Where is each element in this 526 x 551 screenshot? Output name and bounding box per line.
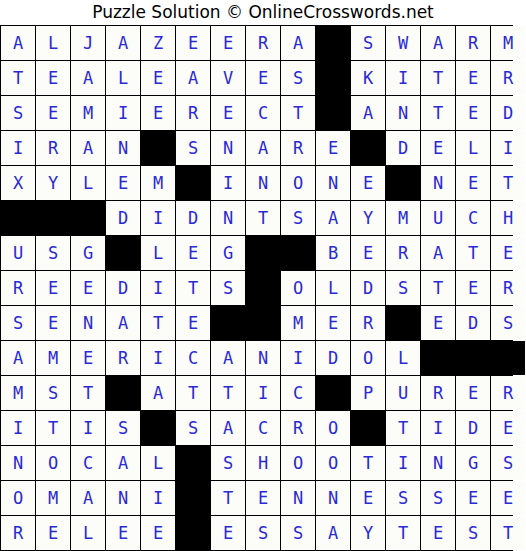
letter-cell-r12c10: O xyxy=(316,411,350,445)
letter-cell-r2c4: L xyxy=(106,61,140,95)
letter-cell-r14c2: M xyxy=(36,481,70,515)
letter-cell-r12c3: I xyxy=(71,411,105,445)
letter-cell-r11c1: M xyxy=(1,376,35,410)
letter-cell-r2c14: E xyxy=(456,61,490,95)
letter-cell-r15c1: R xyxy=(1,516,35,550)
letter-cell-r14c4: N xyxy=(106,481,140,515)
letter-cell-r13c13: N xyxy=(421,446,455,480)
letter-cell-r1c2: L xyxy=(36,26,70,60)
letter-cell-r13c14: G xyxy=(456,446,490,480)
letter-cell-r15c8: S xyxy=(246,516,280,550)
letter-cell-r2c7: V xyxy=(211,61,245,95)
letter-cell-r6c6: D xyxy=(176,201,210,235)
letter-cell-r1c6: E xyxy=(176,26,210,60)
letter-cell-r2c9: S xyxy=(281,61,315,95)
black-cell-r7c4 xyxy=(106,236,140,270)
black-cell-r6c2 xyxy=(36,201,70,235)
letter-cell-r4c8: A xyxy=(246,131,280,165)
black-cell-r7c8 xyxy=(246,236,280,270)
letter-cell-r4c9: R xyxy=(281,131,315,165)
letter-cell-r4c7: N xyxy=(211,131,245,165)
letter-cell-r13c10: O xyxy=(316,446,350,480)
letter-cell-r1c12: W xyxy=(386,26,420,60)
letter-cell-r11c5: A xyxy=(141,376,175,410)
letter-cell-r15c3: L xyxy=(71,516,105,550)
letter-cell-r8c4: D xyxy=(106,271,140,305)
letter-cell-r5c11: E xyxy=(351,166,385,200)
letter-cell-r1c13: A xyxy=(421,26,455,60)
letter-cell-r3c2: E xyxy=(36,96,70,130)
letter-cell-r5c5: M xyxy=(141,166,175,200)
letter-cell-r9c2: E xyxy=(36,306,70,340)
letter-cell-r7c7: G xyxy=(211,236,245,270)
letter-cell-r10c8: N xyxy=(246,341,280,375)
black-cell-r11c10 xyxy=(316,376,350,410)
letter-cell-r3c11: A xyxy=(351,96,385,130)
letter-cell-r7c13: A xyxy=(421,236,455,270)
letter-cell-r15c13: E xyxy=(421,516,455,550)
letter-cell-r9c13: E xyxy=(421,306,455,340)
letter-cell-r8c9: O xyxy=(281,271,315,305)
letter-cell-r15c10: A xyxy=(316,516,350,550)
letter-cell-r8c14: E xyxy=(456,271,490,305)
letter-cell-r14c13: S xyxy=(421,481,455,515)
letter-cell-r10c6: C xyxy=(176,341,210,375)
puzzle-solution-page: Puzzle Solution © OnlineCrosswords.net A… xyxy=(0,0,526,551)
letter-cell-r10c9: I xyxy=(281,341,315,375)
letter-cell-r5c4: E xyxy=(106,166,140,200)
black-cell-r12c11 xyxy=(351,411,385,445)
letter-cell-r13c5: L xyxy=(141,446,175,480)
letter-cell-r14c1: O xyxy=(1,481,35,515)
letter-cell-r8c5: I xyxy=(141,271,175,305)
letter-cell-r1c7: E xyxy=(211,26,245,60)
letter-cell-r3c6: R xyxy=(176,96,210,130)
letter-cell-r8c1: R xyxy=(1,271,35,305)
letter-cell-r4c2: R xyxy=(36,131,70,165)
letter-cell-r12c4: S xyxy=(106,411,140,445)
page-title: Puzzle Solution © OnlineCrosswords.net xyxy=(0,0,526,25)
letter-cell-r15c11: Y xyxy=(351,516,385,550)
letter-cell-r7c6: E xyxy=(176,236,210,270)
black-cell-r15c6 xyxy=(176,516,210,550)
black-cell-r8c8 xyxy=(246,271,280,305)
letter-cell-r6c14: C xyxy=(456,201,490,235)
letter-cell-r11c7: T xyxy=(211,376,245,410)
letter-cell-r15c7: E xyxy=(211,516,245,550)
letter-cell-r5c10: N xyxy=(316,166,350,200)
letter-cell-r8c13: T xyxy=(421,271,455,305)
letter-cell-r1c8: R xyxy=(246,26,280,60)
letter-cell-r2c6: A xyxy=(176,61,210,95)
black-cell-r10c13 xyxy=(421,341,455,375)
letter-cell-r12c1: I xyxy=(1,411,35,445)
black-cell-r14c6 xyxy=(176,481,210,515)
letter-cell-r3c12: N xyxy=(386,96,420,130)
letter-cell-r1c4: A xyxy=(106,26,140,60)
letter-cell-r15c9: S xyxy=(281,516,315,550)
letter-cell-r8c3: E xyxy=(71,271,105,305)
letter-cell-r2c5: E xyxy=(141,61,175,95)
letter-cell-r12c2: T xyxy=(36,411,70,445)
letter-cell-r11c14: E xyxy=(456,376,490,410)
letter-cell-r9c14: D xyxy=(456,306,490,340)
letter-cell-r5c3: L xyxy=(71,166,105,200)
letter-cell-r6c7: N xyxy=(211,201,245,235)
letter-cell-r14c7: T xyxy=(211,481,245,515)
letter-cell-r14c8: E xyxy=(246,481,280,515)
black-cell-r4c11 xyxy=(351,131,385,165)
letter-cell-r8c10: L xyxy=(316,271,350,305)
black-cell-r9c8 xyxy=(246,306,280,340)
letter-cell-r7c3: G xyxy=(71,236,105,270)
letter-cell-r5c1: X xyxy=(1,166,35,200)
letter-cell-r14c14: E xyxy=(456,481,490,515)
letter-cell-r2c2: E xyxy=(36,61,70,95)
letter-cell-r9c3: N xyxy=(71,306,105,340)
letter-cell-r10c4: R xyxy=(106,341,140,375)
letter-cell-r11c9: C xyxy=(281,376,315,410)
letter-cell-r9c6: E xyxy=(176,306,210,340)
letter-cell-r11c8: I xyxy=(246,376,280,410)
letter-cell-r2c15: R xyxy=(491,61,525,95)
letter-cell-r3c14: E xyxy=(456,96,490,130)
letter-cell-r4c12: D xyxy=(386,131,420,165)
letter-cell-r14c11: E xyxy=(351,481,385,515)
letter-cell-r14c10: N xyxy=(316,481,350,515)
letter-cell-r3c8: C xyxy=(246,96,280,130)
letter-cell-r9c1: S xyxy=(1,306,35,340)
letter-cell-r6c11: Y xyxy=(351,201,385,235)
letter-cell-r10c7: A xyxy=(211,341,245,375)
letter-cell-r3c3: M xyxy=(71,96,105,130)
letter-cell-r3c15: D xyxy=(491,96,525,130)
letter-cell-r13c8: H xyxy=(246,446,280,480)
letter-cell-r15c2: E xyxy=(36,516,70,550)
crossword-grid: ALJAZEERASWARMTEALEAVESKITERSEMIERECTANT… xyxy=(0,25,513,551)
letter-cell-r13c1: N xyxy=(1,446,35,480)
letter-cell-r2c8: E xyxy=(246,61,280,95)
letter-cell-r3c1: S xyxy=(1,96,35,130)
letter-cell-r13c12: I xyxy=(386,446,420,480)
letter-cell-r4c14: L xyxy=(456,131,490,165)
letter-cell-r2c11: K xyxy=(351,61,385,95)
letter-cell-r4c15: I xyxy=(491,131,525,165)
letter-cell-r7c1: U xyxy=(1,236,35,270)
letter-cell-r9c5: T xyxy=(141,306,175,340)
black-cell-r6c3 xyxy=(71,201,105,235)
letter-cell-r10c3: E xyxy=(71,341,105,375)
letter-cell-r7c10: B xyxy=(316,236,350,270)
letter-cell-r4c4: N xyxy=(106,131,140,165)
black-cell-r5c6 xyxy=(176,166,210,200)
letter-cell-r5c13: N xyxy=(421,166,455,200)
black-cell-r13c6 xyxy=(176,446,210,480)
black-cell-r4c5 xyxy=(141,131,175,165)
black-cell-r1c10 xyxy=(316,26,350,60)
letter-cell-r12c6: S xyxy=(176,411,210,445)
black-cell-r9c12 xyxy=(386,306,420,340)
letter-cell-r6c10: A xyxy=(316,201,350,235)
letter-cell-r6c12: M xyxy=(386,201,420,235)
letter-cell-r14c9: N xyxy=(281,481,315,515)
letter-cell-r4c13: E xyxy=(421,131,455,165)
letter-cell-r2c3: A xyxy=(71,61,105,95)
letter-cell-r3c7: E xyxy=(211,96,245,130)
black-cell-r10c14 xyxy=(456,341,490,375)
letter-cell-r6c9: S xyxy=(281,201,315,235)
letter-cell-r1c3: J xyxy=(71,26,105,60)
letter-cell-r12c9: R xyxy=(281,411,315,445)
letter-cell-r14c5: I xyxy=(141,481,175,515)
letter-cell-r4c1: I xyxy=(1,131,35,165)
letter-cell-r15c14: S xyxy=(456,516,490,550)
letter-cell-r12c13: I xyxy=(421,411,455,445)
letter-cell-r12c7: A xyxy=(211,411,245,445)
letter-cell-r5c8: N xyxy=(246,166,280,200)
letter-cell-r7c5: L xyxy=(141,236,175,270)
letter-cell-r1c15: M xyxy=(491,26,525,60)
letter-cell-r8c11: D xyxy=(351,271,385,305)
letter-cell-r15c15: T xyxy=(491,516,525,550)
letter-cell-r5c15: T xyxy=(491,166,525,200)
letter-cell-r1c1: A xyxy=(1,26,35,60)
letter-cell-r7c11: E xyxy=(351,236,385,270)
letter-cell-r9c10: E xyxy=(316,306,350,340)
letter-cell-r8c2: E xyxy=(36,271,70,305)
letter-cell-r8c7: S xyxy=(211,271,245,305)
letter-cell-r11c2: S xyxy=(36,376,70,410)
letter-cell-r3c13: T xyxy=(421,96,455,130)
black-cell-r3c10 xyxy=(316,96,350,130)
letter-cell-r2c13: T xyxy=(421,61,455,95)
letter-cell-r15c4: E xyxy=(106,516,140,550)
letter-cell-r8c6: T xyxy=(176,271,210,305)
black-cell-r10c15 xyxy=(491,341,525,375)
letter-cell-r4c10: E xyxy=(316,131,350,165)
letter-cell-r13c2: O xyxy=(36,446,70,480)
letter-cell-r13c3: C xyxy=(71,446,105,480)
letter-cell-r7c15: E xyxy=(491,236,525,270)
letter-cell-r8c15: R xyxy=(491,271,525,305)
letter-cell-r11c13: R xyxy=(421,376,455,410)
letter-cell-r6c15: H xyxy=(491,201,525,235)
letter-cell-r13c7: S xyxy=(211,446,245,480)
letter-cell-r11c15: R xyxy=(491,376,525,410)
black-cell-r2c10 xyxy=(316,61,350,95)
black-cell-r6c1 xyxy=(1,201,35,235)
letter-cell-r5c9: O xyxy=(281,166,315,200)
letter-cell-r6c8: T xyxy=(246,201,280,235)
letter-cell-r13c15: S xyxy=(491,446,525,480)
letter-cell-r14c15: E xyxy=(491,481,525,515)
black-cell-r5c12 xyxy=(386,166,420,200)
letter-cell-r1c5: Z xyxy=(141,26,175,60)
letter-cell-r6c13: U xyxy=(421,201,455,235)
letter-cell-r13c4: A xyxy=(106,446,140,480)
letter-cell-r4c6: S xyxy=(176,131,210,165)
letter-cell-r12c15: E xyxy=(491,411,525,445)
letter-cell-r9c15: S xyxy=(491,306,525,340)
black-cell-r12c5 xyxy=(141,411,175,445)
letter-cell-r1c11: S xyxy=(351,26,385,60)
letter-cell-r5c7: I xyxy=(211,166,245,200)
letter-cell-r5c2: Y xyxy=(36,166,70,200)
letter-cell-r7c14: T xyxy=(456,236,490,270)
letter-cell-r8c12: S xyxy=(386,271,420,305)
letter-cell-r2c12: I xyxy=(386,61,420,95)
letter-cell-r9c4: A xyxy=(106,306,140,340)
letter-cell-r10c5: I xyxy=(141,341,175,375)
letter-cell-r10c10: D xyxy=(316,341,350,375)
letter-cell-r12c14: D xyxy=(456,411,490,445)
letter-cell-r13c11: T xyxy=(351,446,385,480)
letter-cell-r5c14: E xyxy=(456,166,490,200)
letter-cell-r12c8: C xyxy=(246,411,280,445)
letter-cell-r14c3: A xyxy=(71,481,105,515)
letter-cell-r2c1: T xyxy=(1,61,35,95)
letter-cell-r1c14: R xyxy=(456,26,490,60)
letter-cell-r7c12: R xyxy=(386,236,420,270)
black-cell-r7c9 xyxy=(281,236,315,270)
letter-cell-r11c6: T xyxy=(176,376,210,410)
letter-cell-r11c3: T xyxy=(71,376,105,410)
letter-cell-r10c11: O xyxy=(351,341,385,375)
letter-cell-r9c9: M xyxy=(281,306,315,340)
letter-cell-r9c11: R xyxy=(351,306,385,340)
letter-cell-r13c9: O xyxy=(281,446,315,480)
letter-cell-r14c12: S xyxy=(386,481,420,515)
letter-cell-r15c12: T xyxy=(386,516,420,550)
letter-cell-r10c2: M xyxy=(36,341,70,375)
letter-cell-r12c12: T xyxy=(386,411,420,445)
letter-cell-r3c4: I xyxy=(106,96,140,130)
letter-cell-r1c9: A xyxy=(281,26,315,60)
letter-cell-r11c12: U xyxy=(386,376,420,410)
letter-cell-r3c5: E xyxy=(141,96,175,130)
letter-cell-r6c4: D xyxy=(106,201,140,235)
letter-cell-r6c5: I xyxy=(141,201,175,235)
letter-cell-r3c9: T xyxy=(281,96,315,130)
letter-cell-r10c1: A xyxy=(1,341,35,375)
letter-cell-r10c12: L xyxy=(386,341,420,375)
black-cell-r11c4 xyxy=(106,376,140,410)
letter-cell-r11c11: P xyxy=(351,376,385,410)
letter-cell-r4c3: A xyxy=(71,131,105,165)
letter-cell-r7c2: S xyxy=(36,236,70,270)
letter-cell-r15c5: E xyxy=(141,516,175,550)
black-cell-r9c7 xyxy=(211,306,245,340)
